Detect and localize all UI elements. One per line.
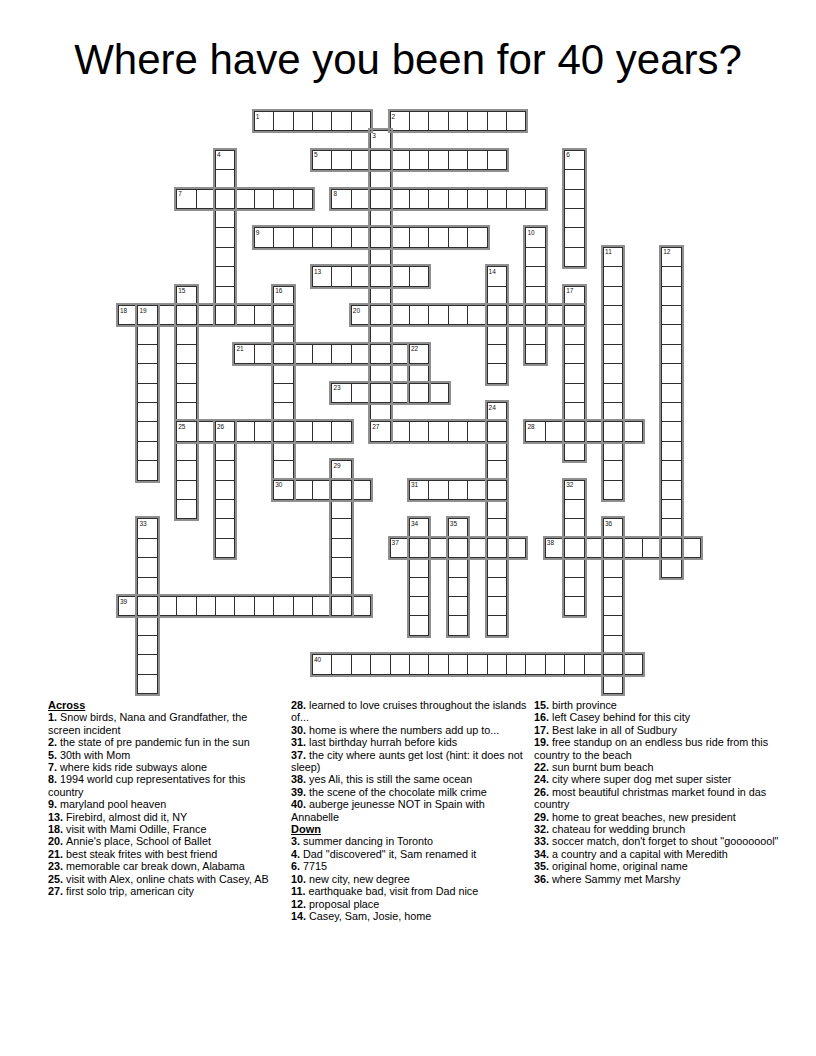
grid-cell[interactable]: [603, 460, 623, 480]
grid-cell[interactable]: [390, 383, 410, 403]
grid-cell[interactable]: [312, 596, 332, 616]
grid-cell[interactable]: [176, 402, 196, 422]
grid-cell[interactable]: [390, 150, 410, 170]
grid-cell[interactable]: [448, 615, 468, 635]
grid-cell[interactable]: [487, 286, 507, 306]
grid-cell[interactable]: [273, 402, 293, 422]
grid-cell[interactable]: [564, 557, 584, 577]
grid-cell[interactable]: [137, 577, 157, 597]
clue-number: 24.: [534, 773, 552, 785]
grid-cell[interactable]: [370, 305, 390, 325]
grid-cell[interactable]: [661, 538, 681, 558]
grid-cell[interactable]: [196, 189, 216, 209]
grid-cell[interactable]: [234, 189, 254, 209]
grid-cell[interactable]: [603, 305, 623, 325]
grid-cell[interactable]: [564, 227, 584, 247]
grid-cell[interactable]: [254, 305, 274, 325]
grid-cell[interactable]: [137, 635, 157, 655]
grid-cell[interactable]: [564, 654, 584, 674]
grid-cell[interactable]: [157, 305, 177, 325]
grid-cell[interactable]: [584, 538, 604, 558]
grid-cell[interactable]: [428, 383, 448, 403]
grid-cell[interactable]: [603, 538, 623, 558]
grid-cell[interactable]: [409, 577, 429, 597]
grid-cell[interactable]: [370, 227, 390, 247]
grid-cell[interactable]: [661, 344, 681, 364]
grid-cell[interactable]: [409, 111, 429, 131]
grid-cell[interactable]: [293, 421, 313, 441]
grid-cell[interactable]: [312, 227, 332, 247]
grid-cell[interactable]: [448, 150, 468, 170]
grid-cell[interactable]: [137, 421, 157, 441]
grid-cell[interactable]: [661, 460, 681, 480]
grid-cell[interactable]: [584, 421, 604, 441]
grid-cell[interactable]: [176, 480, 196, 500]
grid-cell[interactable]: [603, 383, 623, 403]
grid-cell[interactable]: [215, 305, 235, 325]
clue-across-23: 23. memorable car break down, Alabama: [48, 860, 282, 872]
grid-cell[interactable]: [428, 227, 448, 247]
clue-number: 18.: [48, 823, 66, 835]
grid-cell[interactable]: [312, 344, 332, 364]
grid-cell[interactable]: [448, 189, 468, 209]
grid-cell[interactable]: [467, 421, 487, 441]
grid-cell[interactable]: [487, 596, 507, 616]
grid-cell[interactable]: [525, 305, 545, 325]
grid-cell[interactable]: [331, 499, 351, 519]
grid-cell[interactable]: [176, 460, 196, 480]
grid-cell[interactable]: [390, 344, 410, 364]
grid-cell[interactable]: [448, 538, 468, 558]
grid-cell[interactable]: [525, 247, 545, 267]
grid-cell[interactable]: [603, 596, 623, 616]
grid-cell[interactable]: [215, 266, 235, 286]
grid-cell[interactable]: [564, 402, 584, 422]
grid-cell[interactable]: [642, 538, 662, 558]
grid-cell[interactable]: [564, 363, 584, 383]
grid-cell[interactable]: [603, 421, 623, 441]
grid-cell[interactable]: [137, 596, 157, 616]
grid-cell[interactable]: [137, 402, 157, 422]
grid-cell[interactable]: [545, 654, 565, 674]
grid-cell[interactable]: [351, 480, 371, 500]
grid-cell[interactable]: [409, 227, 429, 247]
grid-cell[interactable]: [331, 266, 351, 286]
grid-cell[interactable]: [448, 596, 468, 616]
grid-cell[interactable]: [603, 402, 623, 422]
grid-cell[interactable]: [661, 557, 681, 577]
grid-cell[interactable]: [293, 596, 313, 616]
grid-cell[interactable]: [273, 441, 293, 461]
grid-cell[interactable]: [428, 480, 448, 500]
clue-across-30: 30. home is where the numbers add up to.…: [291, 724, 527, 736]
grid-cell[interactable]: [137, 460, 157, 480]
grid-cell[interactable]: [661, 402, 681, 422]
grid-cell[interactable]: [564, 441, 584, 461]
grid-cell[interactable]: [487, 189, 507, 209]
grid-cell[interactable]: [137, 363, 157, 383]
clue-number: 26.: [534, 786, 552, 798]
grid-cell[interactable]: [661, 480, 681, 500]
grid-cell[interactable]: [390, 305, 410, 325]
grid-cell[interactable]: [409, 654, 429, 674]
grid-cell[interactable]: [467, 227, 487, 247]
grid-cell[interactable]: [603, 363, 623, 383]
grid-cell[interactable]: [351, 266, 371, 286]
grid-cell[interactable]: [176, 383, 196, 403]
grid-cell[interactable]: [564, 344, 584, 364]
grid-cell[interactable]: [234, 305, 254, 325]
grid-cell[interactable]: [564, 169, 584, 189]
grid-cell[interactable]: [564, 324, 584, 344]
grid-cell[interactable]: [564, 518, 584, 538]
grid-cell[interactable]: [487, 344, 507, 364]
grid-cell[interactable]: [273, 305, 293, 325]
grid-cell[interactable]: [487, 441, 507, 461]
grid-cell[interactable]: [273, 111, 293, 131]
grid-cell[interactable]: [525, 266, 545, 286]
grid-cell[interactable]: [448, 111, 468, 131]
grid-cell[interactable]: [409, 421, 429, 441]
grid-cell[interactable]: [215, 596, 235, 616]
grid-cell[interactable]: [351, 596, 371, 616]
grid-cell[interactable]: [409, 305, 429, 325]
grid-cell[interactable]: [215, 518, 235, 538]
grid-cell[interactable]: [215, 441, 235, 461]
grid-cell[interactable]: [467, 480, 487, 500]
grid-cell[interactable]: [681, 538, 701, 558]
grid-cell[interactable]: [370, 654, 390, 674]
grid-cell[interactable]: [137, 615, 157, 635]
grid-cell[interactable]: [331, 111, 351, 131]
grid-cell[interactable]: [137, 654, 157, 674]
grid-cell[interactable]: [137, 324, 157, 344]
grid-cell[interactable]: [370, 324, 390, 344]
grid-cell[interactable]: [331, 227, 351, 247]
grid-cell[interactable]: [331, 577, 351, 597]
grid-cell[interactable]: [487, 518, 507, 538]
grid-cell[interactable]: [525, 324, 545, 344]
grid-cell[interactable]: [467, 189, 487, 209]
cell-number-15: 15: [178, 287, 185, 294]
clue-across-40: 40. auberge jeunesse NOT in Spain with A…: [291, 798, 527, 823]
grid-cell[interactable]: [661, 266, 681, 286]
grid-cell[interactable]: [254, 189, 274, 209]
grid-cell[interactable]: [312, 111, 332, 131]
clue-across-5: 5. 30th with Mom: [48, 749, 282, 761]
grid-cell[interactable]: [448, 654, 468, 674]
grid-cell[interactable]: [525, 654, 545, 674]
grid-cell[interactable]: [234, 596, 254, 616]
grid-cell[interactable]: [487, 421, 507, 441]
grid-cell[interactable]: [506, 189, 526, 209]
grid-cell[interactable]: [196, 421, 216, 441]
grid-cell[interactable]: [564, 208, 584, 228]
grid-cell[interactable]: [137, 344, 157, 364]
grid-cell[interactable]: [312, 421, 332, 441]
grid-cell[interactable]: [370, 266, 390, 286]
grid-cell[interactable]: [331, 344, 351, 364]
grid-cell[interactable]: [331, 538, 351, 558]
grid-cell[interactable]: [661, 421, 681, 441]
grid-cell[interactable]: [487, 577, 507, 597]
grid-cell[interactable]: [487, 499, 507, 519]
grid-cell[interactable]: [525, 189, 545, 209]
grid-cell[interactable]: [273, 324, 293, 344]
grid-cell[interactable]: [390, 227, 410, 247]
grid-cell[interactable]: [273, 189, 293, 209]
grid-cell[interactable]: [564, 596, 584, 616]
grid-cell[interactable]: [273, 596, 293, 616]
grid-cell[interactable]: [603, 654, 623, 674]
grid-cell[interactable]: [293, 480, 313, 500]
grid-cell[interactable]: [273, 344, 293, 364]
grid-cell[interactable]: [661, 441, 681, 461]
grid-cell[interactable]: [409, 596, 429, 616]
grid-cell[interactable]: [506, 305, 526, 325]
grid-cell[interactable]: [254, 344, 274, 364]
grid-cell[interactable]: [428, 654, 448, 674]
grid-cell[interactable]: [370, 344, 390, 364]
grid-cell[interactable]: [467, 305, 487, 325]
grid-cell[interactable]: [176, 363, 196, 383]
grid-cell[interactable]: [428, 421, 448, 441]
grid-cell[interactable]: [196, 305, 216, 325]
grid-cell[interactable]: [603, 344, 623, 364]
grid-cell[interactable]: [215, 460, 235, 480]
grid-cell[interactable]: [157, 596, 177, 616]
grid-cell[interactable]: [506, 654, 526, 674]
grid-cell[interactable]: [390, 421, 410, 441]
grid-cell[interactable]: [137, 383, 157, 403]
grid-cell[interactable]: [390, 266, 410, 286]
cell-number-12: 12: [663, 248, 670, 255]
grid-cell[interactable]: [409, 615, 429, 635]
grid-cell[interactable]: [622, 654, 642, 674]
grid-cell[interactable]: [564, 247, 584, 267]
grid-cell[interactable]: [273, 227, 293, 247]
grid-cell[interactable]: [603, 266, 623, 286]
grid-cell[interactable]: [176, 305, 196, 325]
grid-cell[interactable]: [487, 324, 507, 344]
grid-cell[interactable]: [137, 441, 157, 461]
grid-cell[interactable]: [293, 344, 313, 364]
grid-cell[interactable]: [545, 305, 565, 325]
grid-cell[interactable]: [661, 305, 681, 325]
clue-number: 15.: [534, 699, 552, 711]
grid-cell[interactable]: [176, 499, 196, 519]
grid-cell[interactable]: [564, 499, 584, 519]
grid-cell[interactable]: [525, 344, 545, 364]
grid-cell[interactable]: [409, 363, 429, 383]
grid-cell[interactable]: [351, 654, 371, 674]
cell-number-29: 29: [333, 462, 340, 469]
grid-cell[interactable]: [331, 557, 351, 577]
grid-cell[interactable]: [448, 480, 468, 500]
clue-number: 11.: [291, 885, 308, 897]
grid-cell[interactable]: [564, 577, 584, 597]
grid-cell[interactable]: [661, 383, 681, 403]
cell-number-22: 22: [411, 345, 418, 352]
grid-cell[interactable]: [331, 654, 351, 674]
grid-cell[interactable]: [448, 577, 468, 597]
grid-cell[interactable]: [390, 654, 410, 674]
grid-cell[interactable]: [215, 480, 235, 500]
grid-cell[interactable]: [293, 189, 313, 209]
grid-cell[interactable]: [448, 305, 468, 325]
grid-cell[interactable]: [293, 111, 313, 131]
clues-column-2: 28. learned to love cruises throughout t…: [291, 699, 527, 922]
grid-cell[interactable]: [622, 538, 642, 558]
grid-cell[interactable]: [487, 557, 507, 577]
grid-cell[interactable]: [409, 557, 429, 577]
grid-cell[interactable]: [370, 150, 390, 170]
grid-cell[interactable]: [409, 538, 429, 558]
grid-cell[interactable]: [176, 344, 196, 364]
grid-cell[interactable]: [273, 383, 293, 403]
grid-cell[interactable]: [661, 518, 681, 538]
grid-cell[interactable]: [331, 480, 351, 500]
grid-cell[interactable]: [370, 286, 390, 306]
grid-cell[interactable]: [351, 150, 371, 170]
clue-number: 16.: [534, 711, 552, 723]
grid-cell[interactable]: [622, 421, 642, 441]
grid-cell[interactable]: [176, 596, 196, 616]
cell-number-2: 2: [392, 113, 396, 120]
grid-cell[interactable]: [603, 286, 623, 306]
grid-cell[interactable]: [487, 363, 507, 383]
grid-cell[interactable]: [137, 674, 157, 694]
grid-cell[interactable]: [428, 538, 448, 558]
grid-cell[interactable]: [409, 266, 429, 286]
grid-cell[interactable]: [545, 421, 565, 441]
grid-cell[interactable]: [603, 635, 623, 655]
grid-cell[interactable]: [312, 480, 332, 500]
cell-number-17: 17: [566, 287, 573, 294]
grid-cell[interactable]: [351, 189, 371, 209]
grid-cell[interactable]: [448, 557, 468, 577]
grid-cell[interactable]: [487, 480, 507, 500]
grid-cell[interactable]: [273, 421, 293, 441]
grid-cell[interactable]: [351, 344, 371, 364]
grid-cell[interactable]: [603, 441, 623, 461]
grid-cell[interactable]: [564, 189, 584, 209]
grid-cell[interactable]: [370, 402, 390, 422]
grid-cell[interactable]: [254, 421, 274, 441]
grid-cell[interactable]: [564, 383, 584, 403]
clues-column-1: Across1. Snow birds, Nana and Grandfathe…: [48, 699, 282, 898]
grid-cell[interactable]: [137, 557, 157, 577]
grid-cell[interactable]: [196, 596, 216, 616]
grid-cell[interactable]: [487, 111, 507, 131]
grid-cell[interactable]: [487, 460, 507, 480]
grid-cell[interactable]: [603, 674, 623, 694]
grid-cell[interactable]: [428, 189, 448, 209]
grid-cell[interactable]: [351, 227, 371, 247]
grid-cell[interactable]: [331, 150, 351, 170]
grid-cell[interactable]: [351, 383, 371, 403]
grid-cell[interactable]: [564, 421, 584, 441]
grid-cell[interactable]: [487, 150, 507, 170]
grid-cell[interactable]: [487, 615, 507, 635]
grid-cell[interactable]: [448, 421, 468, 441]
grid-cell[interactable]: [215, 499, 235, 519]
grid-cell[interactable]: [409, 150, 429, 170]
grid-cell[interactable]: [409, 189, 429, 209]
grid-cell[interactable]: [215, 169, 235, 189]
grid-cell[interactable]: [603, 557, 623, 577]
grid-cell[interactable]: [176, 324, 196, 344]
grid-cell[interactable]: [564, 305, 584, 325]
grid-cell[interactable]: [584, 654, 604, 674]
grid-cell[interactable]: [351, 111, 371, 131]
grid-cell[interactable]: [409, 383, 429, 403]
grid-cell[interactable]: [254, 596, 274, 616]
grid-cell[interactable]: [215, 189, 235, 209]
grid-cell[interactable]: [331, 421, 351, 441]
grid-cell[interactable]: [331, 596, 351, 616]
grid-cell[interactable]: [467, 538, 487, 558]
grid-cell[interactable]: [506, 538, 526, 558]
grid-cell[interactable]: [487, 305, 507, 325]
grid-cell[interactable]: [234, 421, 254, 441]
grid-cell[interactable]: [525, 286, 545, 306]
grid-cell[interactable]: [603, 480, 623, 500]
grid-cell[interactable]: [448, 227, 468, 247]
grid-cell[interactable]: [467, 150, 487, 170]
grid-cell[interactable]: [661, 499, 681, 519]
grid-cell[interactable]: [487, 538, 507, 558]
grid-cell[interactable]: [176, 441, 196, 461]
grid-cell[interactable]: [215, 208, 235, 228]
grid-cell[interactable]: [661, 363, 681, 383]
cell-number-36: 36: [605, 520, 612, 527]
grid-cell[interactable]: [137, 538, 157, 558]
grid-cell[interactable]: [370, 208, 390, 228]
grid-cell[interactable]: [215, 286, 235, 306]
grid-cell[interactable]: [370, 189, 390, 209]
grid-cell[interactable]: [390, 189, 410, 209]
grid-cell[interactable]: [331, 518, 351, 538]
grid-cell[interactable]: [293, 227, 313, 247]
clue-number: 14.: [291, 910, 309, 922]
grid-cell[interactable]: [428, 111, 448, 131]
grid-cell[interactable]: [273, 363, 293, 383]
grid-cell[interactable]: [215, 538, 235, 558]
grid-cell[interactable]: [370, 363, 390, 383]
grid-cell[interactable]: [661, 324, 681, 344]
grid-cell[interactable]: [506, 111, 526, 131]
grid-cell[interactable]: [273, 460, 293, 480]
grid-cell[interactable]: [467, 654, 487, 674]
grid-cell[interactable]: [215, 227, 235, 247]
grid-cell[interactable]: [564, 538, 584, 558]
cell-number-37: 37: [392, 539, 399, 546]
grid-cell[interactable]: [370, 169, 390, 189]
grid-cell[interactable]: [428, 305, 448, 325]
grid-cell[interactable]: [603, 324, 623, 344]
grid-cell[interactable]: [487, 654, 507, 674]
grid-cell[interactable]: [428, 150, 448, 170]
grid-cell[interactable]: [603, 577, 623, 597]
grid-cell[interactable]: [603, 615, 623, 635]
grid-cell[interactable]: [661, 286, 681, 306]
clue-down-32: 32. chateau for wedding brunch: [534, 823, 780, 835]
grid-cell[interactable]: [467, 111, 487, 131]
grid-cell[interactable]: [215, 247, 235, 267]
grid-cell[interactable]: [370, 383, 390, 403]
grid-cell[interactable]: [370, 247, 390, 267]
